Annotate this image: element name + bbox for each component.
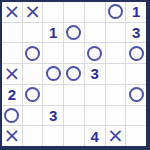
cell-r6c4: 4	[85, 126, 105, 146]
circle-mark	[66, 25, 81, 40]
cell-r2c2[interactable]	[43, 43, 63, 63]
number-clue: 4	[91, 129, 99, 144]
cell-r4c0: 2	[2, 85, 22, 105]
circle-mark	[129, 46, 144, 61]
cell-r2c3[interactable]	[64, 43, 84, 63]
cell-r6c5[interactable]: ×	[106, 126, 126, 146]
cell-r1c0[interactable]	[2, 23, 22, 43]
cross-mark: ×	[3, 126, 20, 145]
circle-mark	[25, 46, 40, 61]
cross-mark: ×	[3, 64, 20, 83]
cell-r5c0[interactable]	[2, 106, 22, 126]
circle-mark	[108, 4, 123, 19]
cell-r3c5[interactable]	[106, 64, 126, 84]
circle-mark	[66, 66, 81, 81]
cell-r6c3[interactable]	[64, 126, 84, 146]
cell-r3c6[interactable]	[126, 64, 146, 84]
cell-r2c0[interactable]	[2, 43, 22, 63]
cell-r5c5[interactable]	[106, 106, 126, 126]
cell-r6c6[interactable]	[126, 126, 146, 146]
cell-r1c6: 3	[126, 23, 146, 43]
cross-mark: ×	[3, 2, 20, 21]
cell-r3c3[interactable]	[64, 64, 84, 84]
number-clue: 1	[49, 25, 57, 40]
cell-r1c1[interactable]	[23, 23, 43, 43]
circle-mark	[4, 108, 19, 123]
puzzle-grid: ××113×323×4×	[2, 2, 146, 146]
cell-r6c0[interactable]: ×	[2, 126, 22, 146]
number-clue: 3	[132, 25, 140, 40]
cell-r5c1[interactable]	[23, 106, 43, 126]
cell-r0c0[interactable]: ×	[2, 2, 22, 22]
cell-r5c3[interactable]	[64, 106, 84, 126]
number-clue: 3	[49, 108, 57, 123]
cell-r3c1[interactable]	[23, 64, 43, 84]
cell-r5c4[interactable]	[85, 106, 105, 126]
cell-r5c6[interactable]	[126, 106, 146, 126]
cell-r4c1[interactable]	[23, 85, 43, 105]
cell-r2c5[interactable]	[106, 43, 126, 63]
cross-mark: ×	[24, 2, 41, 21]
cell-r0c1[interactable]: ×	[23, 2, 43, 22]
cell-r0c4[interactable]	[85, 2, 105, 22]
circle-mark	[25, 87, 40, 102]
puzzle-board-frame: ××113×323×4×	[0, 0, 150, 150]
cell-r1c5[interactable]	[106, 23, 126, 43]
number-clue: 2	[8, 87, 16, 102]
cell-r1c3[interactable]	[64, 23, 84, 43]
number-clue: 1	[132, 4, 140, 19]
cell-r4c6[interactable]	[126, 85, 146, 105]
cross-mark: ×	[107, 126, 124, 145]
cell-r4c5[interactable]	[106, 85, 126, 105]
cell-r4c3[interactable]	[64, 85, 84, 105]
cell-r0c2[interactable]	[43, 2, 63, 22]
cell-r2c6[interactable]	[126, 43, 146, 63]
cell-r3c0[interactable]: ×	[2, 64, 22, 84]
cell-r1c2: 1	[43, 23, 63, 43]
cell-r2c1[interactable]	[23, 43, 43, 63]
cell-r1c4[interactable]	[85, 23, 105, 43]
circle-mark	[46, 66, 61, 81]
cell-r3c2[interactable]	[43, 64, 63, 84]
cell-r6c2[interactable]	[43, 126, 63, 146]
circle-mark	[129, 87, 144, 102]
number-clue: 3	[91, 66, 99, 81]
cell-r6c1[interactable]	[23, 126, 43, 146]
cell-r4c2[interactable]	[43, 85, 63, 105]
cell-r0c6: 1	[126, 2, 146, 22]
cell-r0c5[interactable]	[106, 2, 126, 22]
cell-r0c3[interactable]	[64, 2, 84, 22]
cell-r3c4: 3	[85, 64, 105, 84]
circle-mark	[87, 46, 102, 61]
cell-r4c4[interactable]	[85, 85, 105, 105]
cell-r2c4[interactable]	[85, 43, 105, 63]
cell-r5c2: 3	[43, 106, 63, 126]
